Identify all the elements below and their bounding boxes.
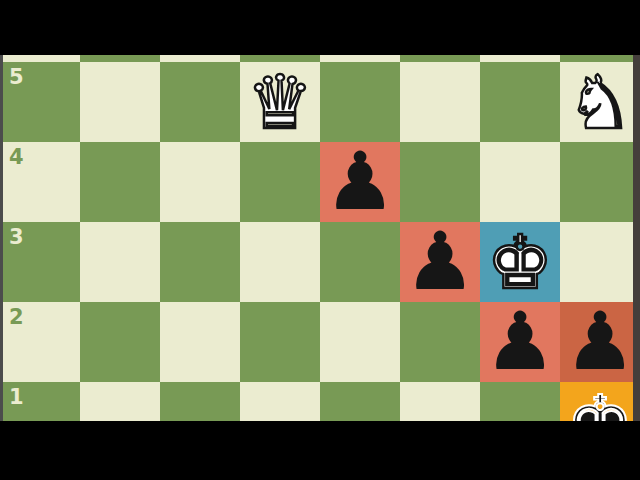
rank-label-2: 2	[9, 307, 24, 328]
square-c1[interactable]	[160, 382, 240, 421]
square-h2[interactable]: ♟	[560, 302, 640, 382]
window-edge-right	[633, 55, 640, 421]
rank-label-3: 3	[9, 227, 24, 248]
chess-board: 5♛♞4♟3♟♚2♟♟1♚	[0, 55, 640, 421]
square-b3[interactable]	[80, 222, 160, 302]
square-f3[interactable]: ♟	[400, 222, 480, 302]
square-d4[interactable]	[240, 142, 320, 222]
square-d3[interactable]	[240, 222, 320, 302]
square-e6[interactable]	[320, 55, 400, 62]
square-e2[interactable]	[320, 302, 400, 382]
square-g6[interactable]	[480, 55, 560, 62]
square-h4[interactable]	[560, 142, 640, 222]
letterbox-bottom	[0, 421, 640, 480]
white-queen[interactable]: ♛	[240, 62, 320, 142]
square-b6[interactable]	[80, 55, 160, 62]
square-b2[interactable]	[80, 302, 160, 382]
square-a6[interactable]	[0, 55, 80, 62]
square-d1[interactable]	[240, 382, 320, 421]
square-f2[interactable]	[400, 302, 480, 382]
letterbox-top	[0, 0, 640, 55]
square-g2[interactable]: ♟	[480, 302, 560, 382]
square-e5[interactable]	[320, 62, 400, 142]
black-pawn[interactable]: ♟	[480, 302, 560, 382]
square-h1[interactable]: ♚	[560, 382, 640, 421]
black-pawn[interactable]: ♟	[320, 142, 400, 222]
square-g4[interactable]	[480, 142, 560, 222]
square-a1[interactable]: 1	[0, 382, 80, 421]
board-viewport: 5♛♞4♟3♟♚2♟♟1♚	[0, 55, 640, 421]
black-pawn[interactable]: ♟	[560, 302, 640, 382]
square-a3[interactable]: 3	[0, 222, 80, 302]
rank-label-1: 1	[9, 387, 24, 408]
square-b5[interactable]	[80, 62, 160, 142]
square-f5[interactable]	[400, 62, 480, 142]
square-e1[interactable]	[320, 382, 400, 421]
square-c6[interactable]	[160, 55, 240, 62]
square-d2[interactable]	[240, 302, 320, 382]
square-c5[interactable]	[160, 62, 240, 142]
square-a4[interactable]: 4	[0, 142, 80, 222]
square-f1[interactable]	[400, 382, 480, 421]
white-king[interactable]: ♚	[480, 222, 560, 302]
square-d5[interactable]: ♛	[240, 62, 320, 142]
square-a2[interactable]: 2	[0, 302, 80, 382]
square-c3[interactable]	[160, 222, 240, 302]
square-f4[interactable]	[400, 142, 480, 222]
black-pawn[interactable]: ♟	[400, 222, 480, 302]
window-edge-left	[0, 55, 3, 421]
square-g3[interactable]: ♚	[480, 222, 560, 302]
rank-label-5: 5	[9, 67, 24, 88]
white-knight[interactable]: ♞	[560, 62, 640, 142]
square-h5[interactable]: ♞	[560, 62, 640, 142]
square-h3[interactable]	[560, 222, 640, 302]
square-a5[interactable]: 5	[0, 62, 80, 142]
rank-label-4: 4	[9, 147, 24, 168]
square-g5[interactable]	[480, 62, 560, 142]
square-b1[interactable]	[80, 382, 160, 421]
square-f6[interactable]	[400, 55, 480, 62]
square-c2[interactable]	[160, 302, 240, 382]
square-c4[interactable]	[160, 142, 240, 222]
square-b4[interactable]	[80, 142, 160, 222]
black-king[interactable]: ♚	[560, 382, 640, 421]
square-g1[interactable]	[480, 382, 560, 421]
square-e4[interactable]: ♟	[320, 142, 400, 222]
square-e3[interactable]	[320, 222, 400, 302]
